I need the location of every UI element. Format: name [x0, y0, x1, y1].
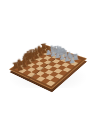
chess-set-scene: ♜♟♝♛♚♝♞♜♞♟♟♟♟♟♟♟♝♟♛♟♚♟♝♟♞♟♜♟ [20, 36, 76, 92]
board-square: ♜ [73, 58, 81, 63]
brown-P-piece: ♟ [16, 65, 23, 73]
board-square [46, 80, 55, 86]
board-square [62, 67, 71, 72]
board-square [54, 68, 63, 73]
product-photo-canvas: ♜♟♝♛♚♝♞♜♞♟♟♟♟♟♟♟♝♟♛♟♚♟♝♟♞♟♜♟ [0, 0, 95, 126]
chess-board: ♜♟♝♛♚♝♞♜♞♟♟♟♟♟♟♟♝♟♛♟♚♟♝♟♞♟♜♟ [9, 45, 87, 90]
